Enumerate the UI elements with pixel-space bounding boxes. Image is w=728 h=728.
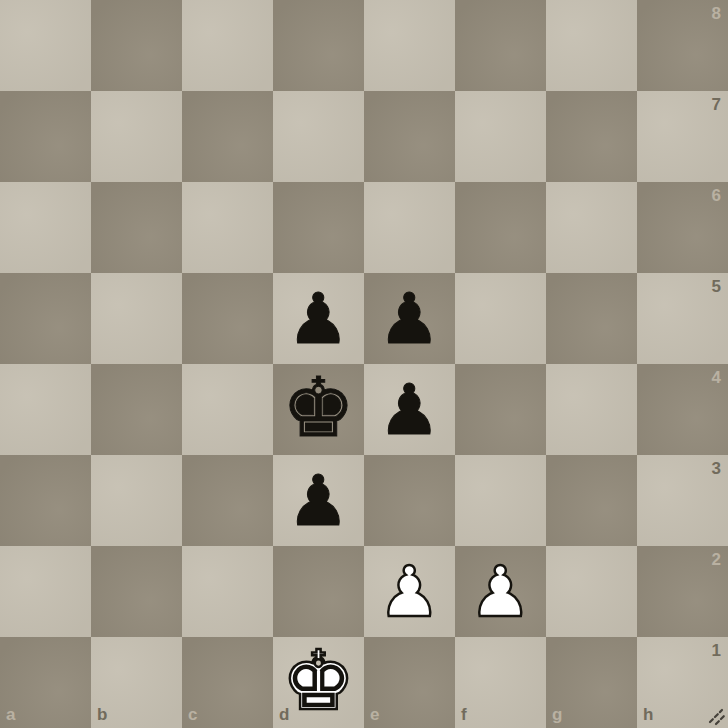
square-f2[interactable]: ♟ bbox=[455, 546, 546, 637]
square-d6[interactable] bbox=[273, 182, 364, 273]
coord-rank-4: 4 bbox=[712, 368, 721, 388]
square-e6[interactable] bbox=[364, 182, 455, 273]
square-g6[interactable] bbox=[546, 182, 637, 273]
coord-file-b: b bbox=[97, 705, 107, 725]
square-b3[interactable] bbox=[91, 455, 182, 546]
square-f5[interactable] bbox=[455, 273, 546, 364]
square-c8[interactable] bbox=[182, 0, 273, 91]
square-c3[interactable] bbox=[182, 455, 273, 546]
square-h7[interactable]: 7 bbox=[637, 91, 728, 182]
square-b4[interactable] bbox=[91, 364, 182, 455]
piece-black-pawn[interactable]: ♟ bbox=[378, 375, 441, 445]
square-d5[interactable]: ♟ bbox=[273, 273, 364, 364]
coord-rank-6: 6 bbox=[712, 186, 721, 206]
square-g7[interactable] bbox=[546, 91, 637, 182]
resize-handle-icon[interactable] bbox=[705, 705, 727, 727]
coord-file-f: f bbox=[461, 705, 467, 725]
square-d4[interactable]: ♚ bbox=[273, 364, 364, 455]
piece-white-king[interactable]: ♚ bbox=[282, 640, 356, 722]
square-a7[interactable] bbox=[0, 91, 91, 182]
square-c5[interactable] bbox=[182, 273, 273, 364]
square-g4[interactable] bbox=[546, 364, 637, 455]
square-b1[interactable]: b bbox=[91, 637, 182, 728]
square-h2[interactable]: 2 bbox=[637, 546, 728, 637]
square-e3[interactable] bbox=[364, 455, 455, 546]
square-c7[interactable] bbox=[182, 91, 273, 182]
coord-file-g: g bbox=[552, 705, 562, 725]
square-c4[interactable] bbox=[182, 364, 273, 455]
square-a2[interactable] bbox=[0, 546, 91, 637]
square-a4[interactable] bbox=[0, 364, 91, 455]
square-h3[interactable]: 3 bbox=[637, 455, 728, 546]
square-h5[interactable]: 5 bbox=[637, 273, 728, 364]
coord-rank-5: 5 bbox=[712, 277, 721, 297]
square-a1[interactable]: a bbox=[0, 637, 91, 728]
square-a8[interactable] bbox=[0, 0, 91, 91]
piece-black-pawn[interactable]: ♟ bbox=[378, 284, 441, 354]
piece-black-pawn[interactable]: ♟ bbox=[287, 466, 350, 536]
square-b6[interactable] bbox=[91, 182, 182, 273]
square-g1[interactable]: g bbox=[546, 637, 637, 728]
square-g8[interactable] bbox=[546, 0, 637, 91]
square-e4[interactable]: ♟ bbox=[364, 364, 455, 455]
square-h6[interactable]: 6 bbox=[637, 182, 728, 273]
square-g5[interactable] bbox=[546, 273, 637, 364]
coord-rank-8: 8 bbox=[712, 4, 721, 24]
square-a5[interactable] bbox=[0, 273, 91, 364]
chess-board: 876♟♟5♚♟4♟3♟♟2abcd♚efgh1 bbox=[0, 0, 728, 728]
piece-white-pawn[interactable]: ♟ bbox=[378, 557, 441, 627]
square-b7[interactable] bbox=[91, 91, 182, 182]
square-d8[interactable] bbox=[273, 0, 364, 91]
square-d3[interactable]: ♟ bbox=[273, 455, 364, 546]
square-f6[interactable] bbox=[455, 182, 546, 273]
square-f8[interactable] bbox=[455, 0, 546, 91]
square-d1[interactable]: d♚ bbox=[273, 637, 364, 728]
square-h4[interactable]: 4 bbox=[637, 364, 728, 455]
square-e5[interactable]: ♟ bbox=[364, 273, 455, 364]
square-e7[interactable] bbox=[364, 91, 455, 182]
square-b2[interactable] bbox=[91, 546, 182, 637]
coord-file-e: e bbox=[370, 705, 379, 725]
square-e1[interactable]: e bbox=[364, 637, 455, 728]
square-c2[interactable] bbox=[182, 546, 273, 637]
square-h8[interactable]: 8 bbox=[637, 0, 728, 91]
square-f7[interactable] bbox=[455, 91, 546, 182]
coord-rank-2: 2 bbox=[712, 550, 721, 570]
coord-file-a: a bbox=[6, 705, 15, 725]
square-f3[interactable] bbox=[455, 455, 546, 546]
square-e8[interactable] bbox=[364, 0, 455, 91]
coord-file-c: c bbox=[188, 705, 197, 725]
square-b5[interactable] bbox=[91, 273, 182, 364]
square-e2[interactable]: ♟ bbox=[364, 546, 455, 637]
piece-white-pawn[interactable]: ♟ bbox=[469, 557, 532, 627]
square-c1[interactable]: c bbox=[182, 637, 273, 728]
piece-black-pawn[interactable]: ♟ bbox=[287, 284, 350, 354]
piece-black-king[interactable]: ♚ bbox=[282, 367, 356, 449]
square-d2[interactable] bbox=[273, 546, 364, 637]
coord-rank-7: 7 bbox=[712, 95, 721, 115]
square-c6[interactable] bbox=[182, 182, 273, 273]
coord-rank-1: 1 bbox=[712, 641, 721, 661]
square-g2[interactable] bbox=[546, 546, 637, 637]
square-a3[interactable] bbox=[0, 455, 91, 546]
square-b8[interactable] bbox=[91, 0, 182, 91]
coord-rank-3: 3 bbox=[712, 459, 721, 479]
square-a6[interactable] bbox=[0, 182, 91, 273]
square-g3[interactable] bbox=[546, 455, 637, 546]
square-f4[interactable] bbox=[455, 364, 546, 455]
square-d7[interactable] bbox=[273, 91, 364, 182]
coord-file-h: h bbox=[643, 705, 653, 725]
square-f1[interactable]: f bbox=[455, 637, 546, 728]
